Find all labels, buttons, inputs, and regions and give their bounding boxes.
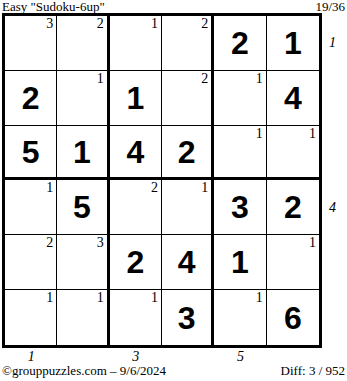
sudoku-cell-r1c5[interactable]: 2 [214,16,266,71]
sudoku-cell-r4c2[interactable]: 5 [57,180,109,235]
cell-value: 2 [22,82,40,114]
pencil-mark: 1 [201,180,208,195]
header: Easy "Sudoku-6up" 19/36 [2,0,345,13]
cell-value: 5 [22,136,40,168]
sudoku-cell-r6c2[interactable]: 1 [57,290,109,345]
sudoku-cell-r3c3[interactable]: 4 [110,126,162,181]
copyright-and-date: ©grouppuzzles.com – 9/6/2024 [2,364,166,378]
puzzle-counter: 19/36 [315,0,345,13]
cell-value: 2 [178,136,196,168]
col-label-3: 3 [132,349,139,364]
pencil-mark: 1 [256,71,263,86]
row-label-4: 4 [329,200,343,216]
cell-value: 4 [284,82,302,114]
cell-value: 4 [178,246,196,278]
sudoku-cell-r6c3[interactable]: 1 [110,290,162,345]
cell-value: 2 [284,191,302,223]
row-label-1: 1 [329,35,343,51]
pencil-mark: 1 [256,290,263,305]
pencil-mark: 1 [97,290,104,305]
cell-value: 6 [284,302,302,334]
pencil-mark: 1 [46,180,53,195]
pencil-mark: 1 [97,71,104,86]
pencil-mark: 2 [201,16,208,31]
sudoku-cell-r5c5[interactable]: 1 [214,235,266,290]
sudoku-cell-r5c4[interactable]: 4 [162,235,214,290]
sudoku-cell-r6c5[interactable]: 1 [214,290,266,345]
cell-value: 1 [231,246,249,278]
pencil-mark: 1 [151,290,158,305]
pencil-mark: 1 [46,290,53,305]
sudoku-cell-r2c5[interactable]: 1 [214,71,266,126]
pencil-mark: 1 [309,235,316,250]
sudoku-cell-r2c3[interactable]: 1 [110,71,162,126]
sudoku-cell-r4c6[interactable]: 2 [267,180,319,235]
cell-value: 5 [73,191,91,223]
pencil-mark: 1 [256,126,263,141]
sudoku-cell-r2c1[interactable]: 2 [5,71,57,126]
cell-value: 4 [126,136,144,168]
sudoku-cell-r5c3[interactable]: 2 [110,235,162,290]
cell-value: 2 [231,27,249,59]
col-label-5: 5 [237,349,244,364]
cell-value: 3 [178,302,196,334]
sudoku-cell-r3c6[interactable]: 1 [267,126,319,181]
sudoku-cell-r2c2[interactable]: 1 [57,71,109,126]
sudoku-cell-r2c4[interactable]: 2 [162,71,214,126]
sudoku-cell-r5c2[interactable]: 3 [57,235,109,290]
sudoku-cell-r1c3[interactable]: 1 [110,16,162,71]
page-title: Easy "Sudoku-6up" [2,0,105,13]
cell-value: 3 [231,191,249,223]
sudoku-cell-r3c5[interactable]: 1 [214,126,266,181]
cell-value: 2 [126,246,144,278]
footer: ©grouppuzzles.com – 9/6/2024 Diff: 3 / 9… [2,364,345,378]
sudoku-cell-r4c4[interactable]: 1 [162,180,214,235]
sudoku-cell-r3c4[interactable]: 2 [162,126,214,181]
pencil-mark: 1 [309,126,316,141]
sudoku-cell-r4c3[interactable]: 2 [110,180,162,235]
sudoku-cell-r4c1[interactable]: 1 [5,180,57,235]
cell-value: 1 [284,27,302,59]
pencil-mark: 2 [151,180,158,195]
sudoku-cell-r4c5[interactable]: 3 [214,180,266,235]
cell-value: 1 [73,136,91,168]
sudoku-board: 321221211214514211152132232411111316 [2,13,322,348]
pencil-mark: 1 [151,16,158,31]
pencil-mark: 3 [97,235,104,250]
sudoku-cell-r3c1[interactable]: 5 [5,126,57,181]
sudoku-cell-r3c2[interactable]: 1 [57,126,109,181]
difficulty-text: Diff: 3 / 952 [281,364,345,378]
sudoku-cell-r6c1[interactable]: 1 [5,290,57,345]
pencil-mark: 2 [46,235,53,250]
col-label-1: 1 [28,349,35,364]
sudoku-cell-r1c1[interactable]: 3 [5,16,57,71]
pencil-mark: 3 [46,16,53,31]
sudoku-cell-r5c6[interactable]: 1 [267,235,319,290]
pencil-mark: 2 [201,71,208,86]
sudoku-cell-r6c4[interactable]: 3 [162,290,214,345]
cell-value: 1 [126,82,144,114]
sudoku-cell-r1c2[interactable]: 2 [57,16,109,71]
sudoku-cell-r5c1[interactable]: 2 [5,235,57,290]
sudoku-cell-r2c6[interactable]: 4 [267,71,319,126]
sudoku-cell-r1c4[interactable]: 2 [162,16,214,71]
sudoku-cell-r1c6[interactable]: 1 [267,16,319,71]
pencil-mark: 2 [97,16,104,31]
puzzle-page: Easy "Sudoku-6up" 19/36 3212212112145142… [0,0,347,381]
sudoku-cell-r6c6[interactable]: 6 [267,290,319,345]
